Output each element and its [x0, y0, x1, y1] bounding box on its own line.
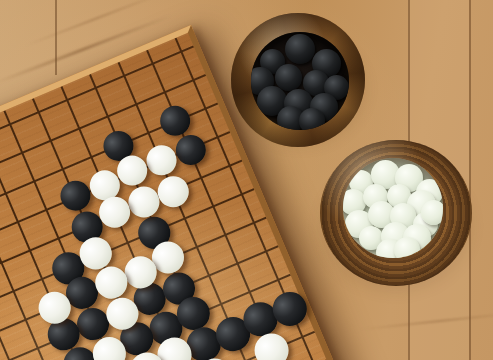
black-stone-in-bowl — [285, 34, 315, 64]
white-stone-bowl[interactable] — [320, 140, 472, 286]
bowl-opening — [251, 32, 349, 130]
white-stone-in-bowl — [421, 200, 444, 225]
scene-go-game-photo — [0, 0, 493, 360]
floor-seam — [55, 0, 57, 75]
bowl-opening — [343, 158, 443, 258]
black-stone-S16[interactable] — [171, 130, 211, 170]
black-stone-bowl[interactable] — [231, 13, 365, 147]
black-stone-in-bowl — [275, 64, 302, 91]
floor-seam — [469, 0, 471, 360]
